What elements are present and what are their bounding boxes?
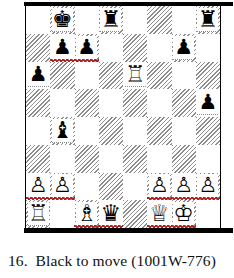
piece-black-pawn: ♟ [76, 36, 97, 60]
square-e2 [123, 173, 147, 201]
piece-black-pawn: ♟ [197, 91, 218, 115]
square-b8: ♚ [50, 6, 74, 34]
square-f4 [147, 117, 171, 145]
square-c4 [75, 117, 99, 145]
square-b4: ♝ [50, 117, 74, 145]
square-d4 [99, 117, 123, 145]
square-h5: ♟ [196, 89, 220, 117]
square-b6 [50, 62, 74, 90]
square-h1 [196, 200, 220, 228]
piece-black-pawn: ♟ [173, 36, 194, 60]
piece-white-pawn: ♙ [28, 174, 49, 198]
square-h3 [196, 145, 220, 173]
square-h2: ♙ [196, 173, 220, 201]
piece-white-pawn: ♙ [173, 174, 194, 198]
square-a6: ♟ [26, 62, 50, 90]
square-f8 [147, 6, 171, 34]
square-a1: ♖ [26, 200, 50, 228]
piece-black-king: ♚ [52, 8, 73, 32]
square-c5 [75, 89, 99, 117]
piece-black-pawn: ♟ [52, 36, 73, 60]
square-c8 [75, 6, 99, 34]
square-b2: ♙ [50, 173, 74, 201]
square-b1 [50, 200, 74, 228]
square-g2: ♙ [172, 173, 196, 201]
square-e3 [123, 145, 147, 173]
piece-black-rook: ♜ [197, 8, 218, 32]
piece-white-pawn: ♙ [197, 174, 218, 198]
square-e5 [123, 89, 147, 117]
square-h8: ♜ [196, 6, 220, 34]
square-c6 [75, 62, 99, 90]
square-a4 [26, 117, 50, 145]
square-d6 [99, 62, 123, 90]
chess-diagram: ♚♜♜♟♟♟♟♖♟♝♙♙♙♙♙♖♗♛♕♔ [24, 2, 233, 233]
square-b5 [50, 89, 74, 117]
square-f2: ♙ [147, 173, 171, 201]
square-a8 [26, 6, 50, 34]
piece-white-pawn: ♙ [52, 174, 73, 198]
square-h4 [196, 117, 220, 145]
square-d2 [99, 173, 123, 201]
square-d8: ♜ [99, 6, 123, 34]
square-c3 [75, 145, 99, 173]
square-e8 [123, 6, 147, 34]
square-b3 [50, 145, 74, 173]
chess-board: ♚♜♜♟♟♟♟♖♟♝♙♙♙♙♙♖♗♛♕♔ [26, 6, 220, 228]
piece-white-rook: ♖ [28, 202, 49, 226]
square-d1: ♛ [99, 200, 123, 228]
square-a2: ♙ [26, 173, 50, 201]
square-h6 [196, 62, 220, 90]
square-h7 [196, 34, 220, 62]
square-f1: ♕ [147, 200, 171, 228]
square-b7: ♟ [50, 34, 74, 62]
board-frame: ♚♜♜♟♟♟♟♖♟♝♙♙♙♙♙♖♗♛♕♔ [25, 6, 221, 228]
square-e7 [123, 34, 147, 62]
square-a7 [26, 34, 50, 62]
square-d3 [99, 145, 123, 173]
square-f6 [147, 62, 171, 90]
square-g8 [172, 6, 196, 34]
square-g1: ♔ [172, 200, 196, 228]
square-c7: ♟ [75, 34, 99, 62]
square-e1 [123, 200, 147, 228]
square-f5 [147, 89, 171, 117]
square-f7 [147, 34, 171, 62]
square-g7: ♟ [172, 34, 196, 62]
square-e6: ♖ [123, 62, 147, 90]
piece-white-bishop: ♗ [76, 202, 97, 226]
square-g5 [172, 89, 196, 117]
piece-white-queen: ♕ [149, 202, 170, 226]
square-d5 [99, 89, 123, 117]
square-g3 [172, 145, 196, 173]
square-c2 [75, 173, 99, 201]
square-g4 [172, 117, 196, 145]
piece-black-pawn: ♟ [28, 63, 49, 87]
square-g6 [172, 62, 196, 90]
square-e4 [123, 117, 147, 145]
diagram-caption: 16. Black to move (1001W-776) [8, 252, 216, 270]
piece-white-rook: ♖ [125, 63, 146, 87]
square-c1: ♗ [75, 200, 99, 228]
piece-black-rook: ♜ [100, 8, 121, 32]
piece-white-pawn: ♙ [149, 174, 170, 198]
square-a3 [26, 145, 50, 173]
square-d7 [99, 34, 123, 62]
square-a5 [26, 89, 50, 117]
book-page: ♚♜♜♟♟♟♟♖♟♝♙♙♙♙♙♖♗♛♕♔ 16. Black to move (… [0, 0, 234, 278]
piece-black-bishop: ♝ [52, 119, 73, 143]
piece-black-queen: ♛ [100, 202, 121, 226]
board-bottom-border [24, 228, 233, 233]
square-f3 [147, 145, 171, 173]
piece-white-king: ♔ [173, 202, 194, 226]
